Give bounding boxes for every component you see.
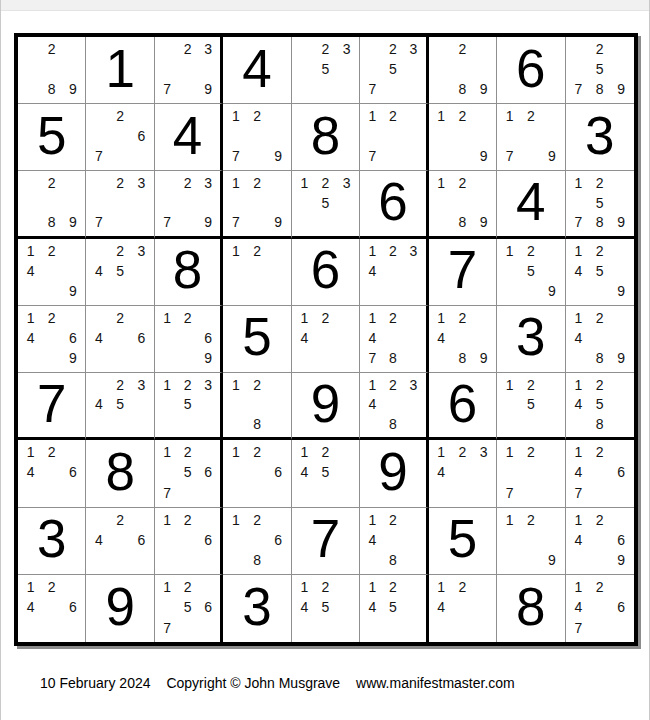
pencil-mark-slot-3: 3 xyxy=(131,375,152,394)
pencil-mark-slot-3 xyxy=(336,577,357,597)
pencil-marks: 246 xyxy=(86,306,153,372)
pencil-mark-slot-6: 6 xyxy=(268,462,289,482)
pencil-mark-slot-7 xyxy=(294,79,315,99)
pencil-mark-slot-7: 7 xyxy=(568,212,589,231)
pencil-marks: 235 xyxy=(292,37,359,103)
solved-digit: 4 xyxy=(173,109,202,162)
pencil-mark-slot-7: 7 xyxy=(88,212,109,231)
pencil-mark-slot-3 xyxy=(268,173,289,192)
pencil-mark-slot-2: 2 xyxy=(520,241,541,261)
pencil-mark-slot-3: 3 xyxy=(336,173,357,192)
cell-r9c4: 3 xyxy=(223,575,291,642)
pencil-mark-slot-3 xyxy=(611,39,632,59)
pencil-mark-slot-3 xyxy=(131,106,152,126)
pencil-mark-slot-1 xyxy=(88,173,109,192)
pencil-mark-slot-7 xyxy=(568,348,589,368)
cell-r7c6: 9 xyxy=(360,440,428,507)
pencil-mark-slot-9 xyxy=(131,146,152,166)
pencil-mark-slot-2: 2 xyxy=(452,39,473,59)
pencil-mark-slot-6 xyxy=(268,261,289,281)
pencil-mark-slot-2: 2 xyxy=(41,577,62,597)
solved-digit: 6 xyxy=(311,243,340,296)
pencil-mark-slot-7 xyxy=(225,281,246,301)
pencil-mark-slot-4 xyxy=(294,193,315,212)
pencil-mark-slot-4: 4 xyxy=(88,530,109,550)
pencil-mark-slot-4 xyxy=(157,328,177,348)
pencil-mark-slot-1: 1 xyxy=(225,510,246,530)
pencil-mark-slot-5: 5 xyxy=(315,193,336,212)
pencil-mark-slot-9 xyxy=(131,414,152,433)
cell-r4c4: 12 xyxy=(223,239,291,306)
pencil-mark-slot-8: 8 xyxy=(41,212,62,231)
pencil-mark-slot-2: 2 xyxy=(41,241,62,261)
pencil-mark-slot-7: 7 xyxy=(499,482,520,502)
solved-digit: 5 xyxy=(242,310,271,363)
pencil-mark-slot-9 xyxy=(131,281,152,301)
pencil-mark-slot-6 xyxy=(268,395,289,414)
pencil-mark-slot-3 xyxy=(403,308,423,328)
cell-r5c4: 5 xyxy=(223,306,291,373)
pencil-mark-slot-3 xyxy=(198,442,218,462)
pencil-mark-slot-8: 8 xyxy=(452,348,473,368)
pencil-mark-slot-5: 5 xyxy=(315,462,336,482)
pencil-mark-slot-9 xyxy=(336,348,357,368)
pencil-mark-slot-4 xyxy=(157,597,177,617)
pencil-mark-slot-3 xyxy=(611,510,632,530)
pencil-mark-slot-9: 9 xyxy=(611,212,632,231)
pencil-mark-slot-8 xyxy=(452,618,473,638)
pencil-mark-slot-4: 4 xyxy=(294,328,315,348)
pencil-mark-slot-6 xyxy=(541,261,562,281)
pencil-mark-slot-9: 9 xyxy=(198,212,218,231)
pencil-mark-slot-9 xyxy=(336,618,357,638)
pencil-mark-slot-1: 1 xyxy=(568,510,589,530)
pencil-mark-slot-4: 4 xyxy=(431,597,452,617)
pencil-mark-slot-6 xyxy=(198,59,218,79)
pencil-mark-slot-3 xyxy=(541,442,562,462)
cell-r2c1: 5 xyxy=(18,104,86,171)
pencil-mark-slot-4: 4 xyxy=(88,328,109,348)
pencil-mark-slot-2: 2 xyxy=(383,375,403,394)
pencil-marks: 1246 xyxy=(18,575,85,642)
pencil-mark-slot-7: 7 xyxy=(157,482,177,502)
pencil-mark-slot-9: 9 xyxy=(611,550,632,570)
pencil-marks: 126 xyxy=(223,440,290,506)
pencil-marks: 12469 xyxy=(18,306,85,372)
cell-r2c2: 267 xyxy=(86,104,154,171)
solved-digit: 4 xyxy=(516,175,545,228)
pencil-mark-slot-5 xyxy=(383,261,403,281)
pencil-mark-slot-3 xyxy=(611,375,632,394)
pencil-mark-slot-9 xyxy=(473,482,494,502)
pencil-mark-slot-4 xyxy=(157,395,177,414)
pencil-mark-slot-7 xyxy=(225,414,246,433)
pencil-mark-slot-5 xyxy=(41,261,62,281)
pencil-mark-slot-4: 4 xyxy=(88,395,109,414)
cell-r4c1: 1249 xyxy=(18,239,86,306)
pencil-mark-slot-4: 4 xyxy=(294,462,315,482)
pencil-mark-slot-1: 1 xyxy=(157,308,177,328)
pencil-mark-slot-7 xyxy=(225,482,246,502)
pencil-mark-slot-6 xyxy=(473,328,494,348)
pencil-mark-slot-9: 9 xyxy=(541,281,562,301)
pencil-mark-slot-6 xyxy=(473,597,494,617)
cell-r5c5: 124 xyxy=(292,306,360,373)
pencil-mark-slot-6 xyxy=(473,59,494,79)
pencil-mark-slot-8: 8 xyxy=(246,550,267,570)
pencil-marks: 1269 xyxy=(155,306,220,372)
pencil-mark-slot-3 xyxy=(611,442,632,462)
pencil-mark-slot-4 xyxy=(431,193,452,212)
pencil-mark-slot-5: 5 xyxy=(383,59,403,79)
pencil-mark-slot-3: 3 xyxy=(403,39,423,59)
pencil-mark-slot-1 xyxy=(157,39,177,59)
pencil-mark-slot-9 xyxy=(611,414,632,433)
cell-r2c3: 4 xyxy=(155,104,223,171)
pencil-mark-slot-8 xyxy=(383,618,403,638)
pencil-mark-slot-7 xyxy=(431,348,452,368)
pencil-mark-slot-1: 1 xyxy=(20,577,41,597)
pencil-mark-slot-9: 9 xyxy=(62,281,83,301)
pencil-mark-slot-6: 6 xyxy=(198,462,218,482)
pencil-mark-slot-2: 2 xyxy=(177,442,197,462)
pencil-marks: 289 xyxy=(429,37,496,103)
pencil-mark-slot-8 xyxy=(41,618,62,638)
pencil-mark-slot-9: 9 xyxy=(198,348,218,368)
cell-r7c9: 12467 xyxy=(566,440,634,507)
pencil-mark-slot-2: 2 xyxy=(41,442,62,462)
cell-r2c7: 129 xyxy=(429,104,497,171)
footer-copyright: Copyright © John Musgrave xyxy=(166,675,340,691)
pencil-mark-slot-1: 1 xyxy=(294,308,315,328)
solved-digit: 8 xyxy=(105,445,134,498)
pencil-marks: 12489 xyxy=(566,306,634,372)
pencil-mark-slot-3 xyxy=(541,375,562,394)
cell-r8c4: 1268 xyxy=(223,508,291,575)
pencil-mark-slot-6 xyxy=(403,597,423,617)
pencil-mark-slot-5: 5 xyxy=(520,395,541,414)
cell-r1c6: 2357 xyxy=(360,37,428,104)
pencil-mark-slot-5 xyxy=(383,126,403,146)
cell-r6c6: 12348 xyxy=(360,373,428,440)
footer: 10 February 2024 Copyright © John Musgra… xyxy=(40,675,515,691)
pencil-mark-slot-3 xyxy=(541,510,562,530)
pencil-mark-slot-5: 5 xyxy=(383,597,403,617)
pencil-marks: 1268 xyxy=(223,508,290,574)
pencil-mark-slot-8: 8 xyxy=(383,348,403,368)
pencil-mark-slot-8 xyxy=(110,550,131,570)
pencil-mark-slot-7 xyxy=(225,550,246,570)
pencil-mark-slot-2: 2 xyxy=(383,241,403,261)
cell-r8c5: 7 xyxy=(292,508,360,575)
pencil-mark-slot-7 xyxy=(362,414,382,433)
pencil-mark-slot-4: 4 xyxy=(568,261,589,281)
pencil-marks: 124 xyxy=(292,306,359,372)
pencil-mark-slot-1: 1 xyxy=(568,241,589,261)
pencil-mark-slot-1: 1 xyxy=(431,173,452,192)
pencil-mark-slot-9: 9 xyxy=(611,79,632,99)
pencil-mark-slot-3: 3 xyxy=(403,241,423,261)
pencil-mark-slot-5: 5 xyxy=(589,395,610,414)
pencil-mark-slot-7 xyxy=(499,414,520,433)
pencil-mark-slot-5 xyxy=(246,395,267,414)
pencil-mark-slot-9 xyxy=(198,482,218,502)
pencil-mark-slot-2: 2 xyxy=(520,510,541,530)
pencil-mark-slot-3 xyxy=(268,510,289,530)
solved-digit: 8 xyxy=(311,109,340,162)
cell-r1c7: 289 xyxy=(429,37,497,104)
pencil-mark-slot-4: 4 xyxy=(88,261,109,281)
pencil-mark-slot-6: 6 xyxy=(611,597,632,617)
pencil-mark-slot-1 xyxy=(294,39,315,59)
pencil-mark-slot-3 xyxy=(62,39,83,59)
pencil-marks: 1245 xyxy=(292,575,359,642)
cell-r6c8: 125 xyxy=(497,373,565,440)
cell-r8c2: 246 xyxy=(86,508,154,575)
pencil-mark-slot-1: 1 xyxy=(225,375,246,394)
pencil-mark-slot-9: 9 xyxy=(473,146,494,166)
pencil-mark-slot-8 xyxy=(589,550,610,570)
cell-r5c1: 12469 xyxy=(18,306,86,373)
pencil-mark-slot-4 xyxy=(225,193,246,212)
cell-r4c2: 2345 xyxy=(86,239,154,306)
pencil-mark-slot-6 xyxy=(473,126,494,146)
pencil-mark-slot-5 xyxy=(520,462,541,482)
pencil-mark-slot-8 xyxy=(177,482,197,502)
pencil-mark-slot-6 xyxy=(198,395,218,414)
cell-r1c1: 289 xyxy=(18,37,86,104)
pencil-mark-slot-2: 2 xyxy=(383,106,403,126)
pencil-mark-slot-8 xyxy=(110,348,131,368)
pencil-mark-slot-8 xyxy=(246,281,267,301)
pencil-mark-slot-5 xyxy=(41,328,62,348)
solved-digit: 7 xyxy=(448,243,477,296)
pencil-mark-slot-4: 4 xyxy=(568,395,589,414)
cell-r4c7: 7 xyxy=(429,239,497,306)
pencil-mark-slot-9 xyxy=(198,618,218,638)
pencil-mark-slot-4 xyxy=(499,126,520,146)
pencil-mark-slot-9: 9 xyxy=(473,79,494,99)
pencil-marks: 12 xyxy=(223,239,290,305)
pencil-mark-slot-3 xyxy=(131,308,152,328)
pencil-mark-slot-9 xyxy=(268,550,289,570)
solved-digit: 3 xyxy=(37,512,66,565)
pencil-mark-slot-1: 1 xyxy=(157,375,177,394)
pencil-mark-slot-8 xyxy=(520,146,541,166)
pencil-mark-slot-3 xyxy=(611,173,632,192)
pencil-mark-slot-9: 9 xyxy=(62,212,83,231)
pencil-mark-slot-8 xyxy=(520,414,541,433)
pencil-mark-slot-2: 2 xyxy=(246,375,267,394)
pencil-mark-slot-6 xyxy=(131,395,152,414)
pencil-mark-slot-2: 2 xyxy=(589,577,610,597)
pencil-mark-slot-8 xyxy=(589,281,610,301)
pencil-marks: 2345 xyxy=(86,239,153,305)
pencil-mark-slot-4 xyxy=(157,193,177,212)
pencil-mark-slot-9 xyxy=(131,550,152,570)
pencil-mark-slot-5 xyxy=(110,530,131,550)
pencil-mark-slot-9 xyxy=(473,618,494,638)
cell-r3c8: 4 xyxy=(497,171,565,238)
pencil-marks: 127 xyxy=(360,104,425,170)
pencil-mark-slot-5 xyxy=(41,597,62,617)
pencil-mark-slot-6 xyxy=(611,261,632,281)
pencil-mark-slot-5 xyxy=(177,328,197,348)
cell-r8c8: 129 xyxy=(497,508,565,575)
pencil-mark-slot-6 xyxy=(336,328,357,348)
pencil-mark-slot-6: 6 xyxy=(198,597,218,617)
pencil-mark-slot-5 xyxy=(383,328,403,348)
pencil-mark-slot-4: 4 xyxy=(20,261,41,281)
pencil-marks: 129 xyxy=(497,508,564,574)
pencil-mark-slot-7: 7 xyxy=(499,146,520,166)
pencil-mark-slot-5: 5 xyxy=(177,597,197,617)
pencil-mark-slot-8 xyxy=(246,212,267,231)
pencil-mark-slot-3: 3 xyxy=(473,442,494,462)
pencil-mark-slot-5 xyxy=(452,328,473,348)
pencil-mark-slot-1: 1 xyxy=(362,106,382,126)
pencil-mark-slot-8 xyxy=(177,212,197,231)
pencil-mark-slot-2: 2 xyxy=(246,241,267,261)
cell-r3c7: 1289 xyxy=(429,171,497,238)
pencil-mark-slot-7 xyxy=(499,550,520,570)
pencil-mark-slot-9 xyxy=(403,618,423,638)
footer-date: 10 February 2024 xyxy=(40,675,151,691)
pencil-mark-slot-6 xyxy=(541,395,562,414)
pencil-marks: 12489 xyxy=(429,306,496,372)
pencil-mark-slot-7: 7 xyxy=(157,618,177,638)
solved-digit: 6 xyxy=(378,175,407,228)
pencil-mark-slot-1 xyxy=(20,39,41,59)
pencil-marks: 125 xyxy=(497,373,564,437)
pencil-mark-slot-1 xyxy=(362,39,382,59)
pencil-mark-slot-7: 7 xyxy=(568,79,589,99)
pencil-mark-slot-1: 1 xyxy=(362,241,382,261)
cell-r6c3: 1235 xyxy=(155,373,223,440)
pencil-mark-slot-6 xyxy=(473,462,494,482)
pencil-marks: 267 xyxy=(86,104,153,170)
pencil-mark-slot-9 xyxy=(403,550,423,570)
cell-r7c5: 1245 xyxy=(292,440,360,507)
pencil-marks: 1249 xyxy=(18,239,85,305)
pencil-mark-slot-6 xyxy=(611,59,632,79)
pencil-mark-slot-9 xyxy=(131,212,152,231)
cell-r4c9: 12459 xyxy=(566,239,634,306)
pencil-mark-slot-4 xyxy=(157,462,177,482)
pencil-mark-slot-5 xyxy=(41,193,62,212)
pencil-mark-slot-7 xyxy=(294,212,315,231)
pencil-mark-slot-1: 1 xyxy=(294,577,315,597)
cell-r3c6: 6 xyxy=(360,171,428,238)
pencil-mark-slot-8 xyxy=(383,146,403,166)
pencil-mark-slot-6 xyxy=(336,193,357,212)
pencil-mark-slot-3: 3 xyxy=(131,241,152,261)
pencil-marks: 1235 xyxy=(155,373,220,437)
pencil-mark-slot-4 xyxy=(499,530,520,550)
pencil-mark-slot-7 xyxy=(157,550,177,570)
pencil-mark-slot-5 xyxy=(383,395,403,414)
pencil-mark-slot-5 xyxy=(246,530,267,550)
pencil-mark-slot-8: 8 xyxy=(589,414,610,433)
pencil-marks: 2357 xyxy=(360,37,425,103)
pencil-mark-slot-2: 2 xyxy=(177,39,197,59)
pencil-mark-slot-3 xyxy=(198,577,218,597)
pencil-marks: 1235 xyxy=(292,171,359,235)
pencil-mark-slot-8 xyxy=(315,618,336,638)
pencil-mark-slot-4: 4 xyxy=(568,328,589,348)
pencil-mark-slot-7 xyxy=(568,550,589,570)
pencil-mark-slot-1: 1 xyxy=(362,308,382,328)
pencil-mark-slot-8: 8 xyxy=(41,79,62,99)
pencil-mark-slot-4: 4 xyxy=(362,597,382,617)
cell-r2c4: 1279 xyxy=(223,104,291,171)
pencil-mark-slot-5: 5 xyxy=(520,261,541,281)
pencil-mark-slot-9: 9 xyxy=(611,281,632,301)
pencil-mark-slot-1 xyxy=(88,308,109,328)
pencil-mark-slot-4 xyxy=(499,395,520,414)
pencil-mark-slot-2: 2 xyxy=(110,510,131,530)
pencil-mark-slot-4: 4 xyxy=(568,462,589,482)
pencil-mark-slot-4: 4 xyxy=(431,462,452,482)
pencil-mark-slot-1: 1 xyxy=(225,442,246,462)
pencil-mark-slot-5 xyxy=(452,59,473,79)
pencil-mark-slot-6 xyxy=(336,597,357,617)
pencil-mark-slot-3: 3 xyxy=(403,375,423,394)
pencil-mark-slot-2: 2 xyxy=(110,241,131,261)
cell-r3c1: 289 xyxy=(18,171,86,238)
pencil-marks: 12469 xyxy=(566,508,634,574)
pencil-mark-slot-5 xyxy=(589,530,610,550)
pencil-mark-slot-2: 2 xyxy=(589,442,610,462)
pencil-mark-slot-2: 2 xyxy=(246,442,267,462)
pencil-mark-slot-7 xyxy=(568,281,589,301)
pencil-mark-slot-7 xyxy=(568,414,589,433)
pencil-marks: 124 xyxy=(429,575,496,642)
pencil-mark-slot-7: 7 xyxy=(88,146,109,166)
pencil-mark-slot-5 xyxy=(110,328,131,348)
pencil-mark-slot-7 xyxy=(362,618,382,638)
pencil-mark-slot-8 xyxy=(589,618,610,638)
pencil-mark-slot-4 xyxy=(225,126,246,146)
cell-r3c5: 1235 xyxy=(292,171,360,238)
pencil-mark-slot-3 xyxy=(131,510,152,530)
pencil-mark-slot-1: 1 xyxy=(568,173,589,192)
pencil-mark-slot-6 xyxy=(336,59,357,79)
pencil-mark-slot-6 xyxy=(403,328,423,348)
pencil-mark-slot-6 xyxy=(541,530,562,550)
pencil-mark-slot-2: 2 xyxy=(452,577,473,597)
pencil-mark-slot-3: 3 xyxy=(336,39,357,59)
pencil-mark-slot-5: 5 xyxy=(110,261,131,281)
pencil-mark-slot-6 xyxy=(611,328,632,348)
solved-digit: 5 xyxy=(448,512,477,565)
solved-digit: 1 xyxy=(105,42,134,95)
pencil-mark-slot-2: 2 xyxy=(110,173,131,192)
pencil-marks: 1245 xyxy=(360,575,425,642)
pencil-mark-slot-8 xyxy=(110,281,131,301)
pencil-mark-slot-7 xyxy=(431,79,452,99)
pencil-mark-slot-6: 6 xyxy=(611,462,632,482)
pencil-mark-slot-6 xyxy=(62,193,83,212)
pencil-mark-slot-8 xyxy=(383,281,403,301)
pencil-mark-slot-8 xyxy=(315,79,336,99)
pencil-marks: 2345 xyxy=(86,373,153,437)
cell-r8c7: 5 xyxy=(429,508,497,575)
pencil-marks: 1246 xyxy=(18,440,85,506)
cell-r9c3: 12567 xyxy=(155,575,223,642)
pencil-mark-slot-5 xyxy=(520,126,541,146)
pencil-mark-slot-2: 2 xyxy=(589,241,610,261)
